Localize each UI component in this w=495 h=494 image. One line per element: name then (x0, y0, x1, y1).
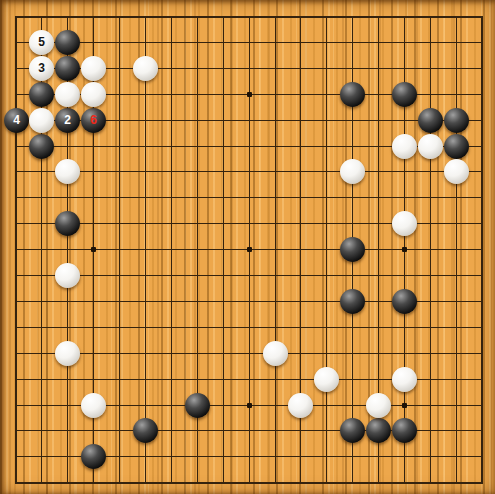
stone-black[interactable] (392, 289, 417, 314)
stone-black[interactable] (340, 237, 365, 262)
stone-white[interactable] (55, 82, 80, 107)
stone-white[interactable] (314, 367, 339, 392)
go-board[interactable]: 42653 (0, 0, 495, 494)
star-point (402, 247, 407, 252)
star-point (247, 92, 252, 97)
grid-line-horizontal (15, 275, 483, 276)
stone-white[interactable] (366, 393, 391, 418)
stone-black[interactable] (444, 134, 469, 159)
grid-line-horizontal (15, 327, 483, 328)
stone-white[interactable] (288, 393, 313, 418)
stone-white[interactable] (340, 159, 365, 184)
stone-white[interactable] (444, 159, 469, 184)
move-number-label: 3 (38, 62, 45, 74)
stone-white[interactable] (55, 159, 80, 184)
stone-black[interactable] (366, 418, 391, 443)
grid-line-horizontal (15, 482, 483, 484)
stone-white[interactable] (133, 56, 158, 81)
stone-white[interactable] (29, 108, 54, 133)
star-point (91, 247, 96, 252)
stone-black[interactable] (81, 444, 106, 469)
grid-line-vertical (15, 16, 17, 484)
grid-line-vertical (430, 16, 431, 484)
stone-black[interactable] (444, 108, 469, 133)
stone-white[interactable] (81, 393, 106, 418)
stone-black[interactable] (133, 418, 158, 443)
stone-black[interactable] (29, 134, 54, 159)
stone-black[interactable] (55, 30, 80, 55)
stone-black[interactable] (418, 108, 443, 133)
stone-white[interactable] (392, 211, 417, 236)
stone-black[interactable] (55, 211, 80, 236)
star-point (402, 403, 407, 408)
stone-black[interactable] (29, 82, 54, 107)
grid-line-vertical (456, 16, 457, 484)
grid-line-vertical (275, 16, 276, 484)
move-number-label: 5 (38, 36, 45, 48)
grid-line-vertical (326, 16, 327, 484)
stone-black[interactable]: 2 (55, 108, 80, 133)
stone-black[interactable] (392, 418, 417, 443)
stone-black[interactable]: 6 (81, 108, 106, 133)
stone-black[interactable]: 4 (4, 108, 29, 133)
star-point (247, 247, 252, 252)
grid-line-horizontal (15, 353, 483, 354)
stone-white[interactable] (392, 134, 417, 159)
stone-white[interactable] (55, 341, 80, 366)
star-point (247, 403, 252, 408)
stone-white[interactable] (392, 367, 417, 392)
move-number-label: 2 (64, 114, 71, 126)
grid-line-vertical (223, 16, 224, 484)
stone-white[interactable] (81, 56, 106, 81)
stone-black[interactable] (340, 418, 365, 443)
stone-white[interactable] (55, 263, 80, 288)
stone-white[interactable]: 3 (29, 56, 54, 81)
move-number-label: 4 (13, 114, 20, 126)
grid-line-vertical (145, 16, 146, 484)
stone-white[interactable]: 5 (29, 30, 54, 55)
stone-black[interactable] (340, 82, 365, 107)
stone-white[interactable] (81, 82, 106, 107)
stone-black[interactable] (392, 82, 417, 107)
stone-black[interactable] (55, 56, 80, 81)
grid-line-vertical (481, 16, 483, 484)
stone-white[interactable] (418, 134, 443, 159)
grid-line-vertical (119, 16, 120, 484)
grid-line-vertical (171, 16, 172, 484)
move-number-label: 6 (90, 114, 97, 126)
stone-white[interactable] (263, 341, 288, 366)
stone-black[interactable] (185, 393, 210, 418)
stone-black[interactable] (340, 289, 365, 314)
